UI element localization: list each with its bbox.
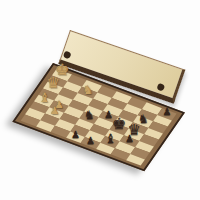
- product-photo: ♚♟♞♛♞♟♝♟♞♚♛♟♟♝♟♟: [0, 0, 200, 200]
- lid-magnet-left: [63, 51, 72, 60]
- lid-magnet-right: [156, 83, 165, 92]
